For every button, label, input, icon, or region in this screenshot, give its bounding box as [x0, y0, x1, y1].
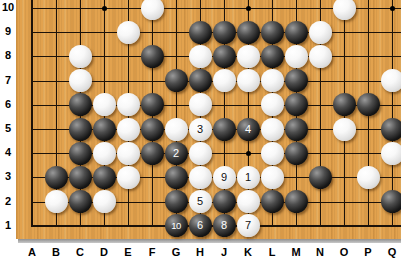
stone-white-Q7[interactable] [381, 69, 401, 92]
stone-white-P3[interactable] [357, 166, 380, 189]
stone-white-K1[interactable]: 7 [237, 214, 260, 237]
stone-black-L2[interactable] [261, 190, 284, 213]
stone-black-H1[interactable]: 6 [189, 214, 212, 237]
stone-black-Q2[interactable] [381, 190, 401, 213]
star-point-Q10 [390, 6, 395, 11]
col-label-O: O [332, 246, 356, 258]
stone-white-H3[interactable] [189, 166, 212, 189]
stone-black-C3[interactable] [69, 166, 92, 189]
stone-white-L6[interactable] [261, 93, 284, 116]
stone-black-G3[interactable] [165, 166, 188, 189]
row-label-4: 4 [0, 146, 16, 158]
stone-white-N8[interactable] [309, 45, 332, 68]
stone-black-H7[interactable] [189, 69, 212, 92]
stone-black-J9[interactable] [213, 21, 236, 44]
move-number-8: 8 [213, 214, 236, 237]
stone-black-B3[interactable] [45, 166, 68, 189]
go-diagram: 3429151068710987654321ABCDEFGHJKLMNOPQ [0, 0, 401, 260]
stone-black-J8[interactable] [213, 45, 236, 68]
stone-black-J1[interactable]: 8 [213, 214, 236, 237]
stone-white-L4[interactable] [261, 142, 284, 165]
stone-white-C8[interactable] [69, 45, 92, 68]
stone-black-K5[interactable]: 4 [237, 118, 260, 141]
stone-black-M4[interactable] [285, 142, 308, 165]
row-label-9: 9 [0, 25, 16, 37]
row-label-5: 5 [0, 122, 16, 134]
stone-white-E6[interactable] [117, 93, 140, 116]
stone-white-H4[interactable] [189, 142, 212, 165]
stone-white-D6[interactable] [93, 93, 116, 116]
stone-white-Q4[interactable] [381, 142, 401, 165]
stone-black-O6[interactable] [333, 93, 356, 116]
stone-black-F4[interactable] [141, 142, 164, 165]
stone-white-D2[interactable] [93, 190, 116, 213]
col-label-E: E [116, 246, 140, 258]
row-label-7: 7 [0, 74, 16, 86]
move-number-5: 5 [189, 190, 212, 213]
move-number-4: 4 [237, 118, 260, 141]
stone-black-D5[interactable] [93, 118, 116, 141]
stone-black-G1[interactable]: 10 [165, 214, 188, 237]
stone-white-J7[interactable] [213, 69, 236, 92]
stone-black-D3[interactable] [93, 166, 116, 189]
stone-black-G7[interactable] [165, 69, 188, 92]
move-number-1: 1 [237, 166, 260, 189]
stone-white-E3[interactable] [117, 166, 140, 189]
stone-white-L5[interactable] [261, 118, 284, 141]
col-label-C: C [68, 246, 92, 258]
star-point-D10 [102, 6, 107, 11]
col-label-Q: Q [380, 246, 401, 258]
stone-black-C2[interactable] [69, 190, 92, 213]
row-label-10: 10 [0, 1, 16, 13]
stone-black-C4[interactable] [69, 142, 92, 165]
stone-white-J3[interactable]: 9 [213, 166, 236, 189]
star-point-K4 [246, 151, 251, 156]
stone-black-N3[interactable] [309, 166, 332, 189]
stone-white-H5[interactable]: 3 [189, 118, 212, 141]
stone-white-H8[interactable] [189, 45, 212, 68]
stone-black-L9[interactable] [261, 21, 284, 44]
col-label-J: J [212, 246, 236, 258]
stone-black-M2[interactable] [285, 190, 308, 213]
col-label-L: L [260, 246, 284, 258]
col-label-K: K [236, 246, 260, 258]
stone-white-B2[interactable] [45, 190, 68, 213]
row-label-2: 2 [0, 195, 16, 207]
stone-white-N9[interactable] [309, 21, 332, 44]
stone-white-O10[interactable] [333, 0, 356, 20]
stone-white-E9[interactable] [117, 21, 140, 44]
row-label-3: 3 [0, 170, 16, 182]
stone-black-C6[interactable] [69, 93, 92, 116]
stone-white-D4[interactable] [93, 142, 116, 165]
grid-vline-A [31, 0, 33, 227]
stone-black-C5[interactable] [69, 118, 92, 141]
stone-white-L7[interactable] [261, 69, 284, 92]
stone-white-M8[interactable] [285, 45, 308, 68]
stone-black-F5[interactable] [141, 118, 164, 141]
col-label-G: G [164, 246, 188, 258]
stone-black-M7[interactable] [285, 69, 308, 92]
stone-black-L8[interactable] [261, 45, 284, 68]
col-label-N: N [308, 246, 332, 258]
stone-black-M6[interactable] [285, 93, 308, 116]
col-label-A: A [20, 246, 44, 258]
row-label-6: 6 [0, 98, 16, 110]
move-number-3: 3 [189, 118, 212, 141]
stone-white-G5[interactable] [165, 118, 188, 141]
stone-black-Q5[interactable] [381, 118, 401, 141]
move-number-10: 10 [165, 214, 188, 237]
stone-black-F6[interactable] [141, 93, 164, 116]
stone-white-K2[interactable] [237, 190, 260, 213]
row-label-8: 8 [0, 49, 16, 61]
stone-black-J5[interactable] [213, 118, 236, 141]
stone-white-F10[interactable] [141, 0, 164, 20]
stone-white-E4[interactable] [117, 142, 140, 165]
col-label-F: F [140, 246, 164, 258]
move-number-7: 7 [237, 214, 260, 237]
star-point-K10 [246, 6, 251, 11]
stone-white-K7[interactable] [237, 69, 260, 92]
col-label-B: B [44, 246, 68, 258]
move-number-6: 6 [189, 214, 212, 237]
move-number-2: 2 [165, 142, 188, 165]
move-number-9: 9 [213, 166, 236, 189]
col-label-D: D [92, 246, 116, 258]
stone-black-F8[interactable] [141, 45, 164, 68]
stone-white-H6[interactable] [189, 93, 212, 116]
stone-white-K3[interactable]: 1 [237, 166, 260, 189]
board-bottom-shadow [18, 239, 401, 243]
col-label-H: H [188, 246, 212, 258]
col-label-M: M [284, 246, 308, 258]
row-label-1: 1 [0, 219, 16, 231]
stone-black-P6[interactable] [357, 93, 380, 116]
stone-white-O5[interactable] [333, 118, 356, 141]
stone-black-M9[interactable] [285, 21, 308, 44]
stone-black-M5[interactable] [285, 118, 308, 141]
stone-black-G4[interactable]: 2 [165, 142, 188, 165]
stone-white-H2[interactable]: 5 [189, 190, 212, 213]
stone-white-E5[interactable] [117, 118, 140, 141]
stone-black-H9[interactable] [189, 21, 212, 44]
stone-white-L3[interactable] [261, 166, 284, 189]
col-label-P: P [356, 246, 380, 258]
stone-black-K9[interactable] [237, 21, 260, 44]
stone-white-K8[interactable] [237, 45, 260, 68]
stone-white-C7[interactable] [69, 69, 92, 92]
stone-black-G2[interactable] [165, 190, 188, 213]
stone-black-J2[interactable] [213, 190, 236, 213]
